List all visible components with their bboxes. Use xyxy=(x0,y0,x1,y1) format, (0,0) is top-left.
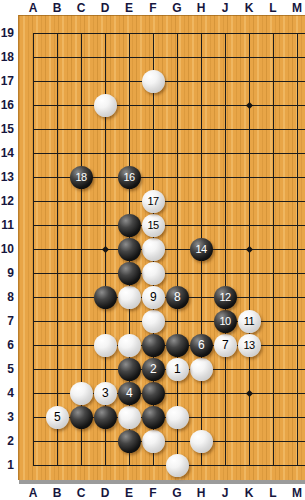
stone-black-C3[interactable] xyxy=(70,406,93,429)
row-label-14: 14 xyxy=(0,146,14,160)
stone-white-F8[interactable]: 9 xyxy=(142,286,165,309)
row-label-1: 1 xyxy=(0,458,14,472)
col-label-bottom-D: D xyxy=(93,486,117,500)
stone-black-F3[interactable] xyxy=(142,406,165,429)
stone-white-F2[interactable] xyxy=(142,430,165,453)
move-number: 6 xyxy=(198,339,204,351)
stone-black-J8[interactable]: 12 xyxy=(214,286,237,309)
stone-white-G3[interactable] xyxy=(166,406,189,429)
move-number: 10 xyxy=(219,316,230,327)
row-label-16: 16 xyxy=(0,98,14,112)
move-number: 3 xyxy=(102,387,108,399)
row-label-13: 13 xyxy=(0,170,14,184)
col-label-bottom-M: M xyxy=(285,486,305,500)
col-label-top-J: J xyxy=(213,1,237,15)
move-number: 16 xyxy=(123,172,134,183)
stone-white-C4[interactable] xyxy=(70,382,93,405)
stone-white-E3[interactable] xyxy=(118,406,141,429)
col-label-bottom-J: J xyxy=(213,486,237,500)
col-label-top-K: K xyxy=(237,1,261,15)
col-label-top-A: A xyxy=(21,1,45,15)
stone-black-F4[interactable] xyxy=(142,382,165,405)
move-number: 13 xyxy=(243,340,254,351)
stone-white-D6[interactable] xyxy=(94,334,117,357)
move-number: 17 xyxy=(147,196,158,207)
stone-white-F12[interactable]: 17 xyxy=(142,190,165,213)
stone-white-H2[interactable] xyxy=(190,430,213,453)
go-diagram-panel: ABCDEFGHJKLM 191817161514131211109876543… xyxy=(0,0,305,500)
move-number: 1 xyxy=(174,363,180,375)
stone-white-D4[interactable]: 3 xyxy=(94,382,117,405)
stone-white-F10[interactable] xyxy=(142,238,165,261)
stone-white-H5[interactable] xyxy=(190,358,213,381)
row-label-11: 11 xyxy=(0,218,14,232)
row-label-6: 6 xyxy=(0,338,14,352)
move-number: 11 xyxy=(244,316,254,327)
move-number: 7 xyxy=(222,339,228,351)
row-label-9: 9 xyxy=(0,266,14,280)
row-label-4: 4 xyxy=(0,386,14,400)
col-label-top-E: E xyxy=(117,1,141,15)
stone-white-F17[interactable] xyxy=(142,70,165,93)
stone-black-C13[interactable]: 18 xyxy=(70,166,93,189)
stone-black-G8[interactable]: 8 xyxy=(166,286,189,309)
move-number: 18 xyxy=(75,172,86,183)
stone-black-E10[interactable] xyxy=(118,238,141,261)
move-number: 9 xyxy=(150,291,156,303)
stone-black-E2[interactable] xyxy=(118,430,141,453)
stone-black-E5[interactable] xyxy=(118,358,141,381)
row-label-3: 3 xyxy=(0,410,14,424)
stone-black-H6[interactable]: 6 xyxy=(190,334,213,357)
stone-black-E13[interactable]: 16 xyxy=(118,166,141,189)
move-number: 2 xyxy=(150,363,156,375)
col-label-bottom-E: E xyxy=(117,486,141,500)
stone-black-J7[interactable]: 10 xyxy=(214,310,237,333)
col-label-bottom-B: B xyxy=(45,486,69,500)
stone-white-F7[interactable] xyxy=(142,310,165,333)
stone-white-E6[interactable] xyxy=(118,334,141,357)
col-label-bottom-A: A xyxy=(21,486,45,500)
row-label-8: 8 xyxy=(0,290,14,304)
col-label-top-C: C xyxy=(69,1,93,15)
stone-black-F6[interactable] xyxy=(142,334,165,357)
stone-black-G6[interactable] xyxy=(166,334,189,357)
stone-white-K6[interactable]: 13 xyxy=(238,334,261,357)
move-number: 14 xyxy=(195,244,206,255)
move-number: 15 xyxy=(147,220,158,231)
move-number: 8 xyxy=(174,291,180,303)
col-label-bottom-K: K xyxy=(237,486,261,500)
row-label-19: 19 xyxy=(0,26,14,40)
col-label-bottom-G: G xyxy=(165,486,189,500)
stone-black-D8[interactable] xyxy=(94,286,117,309)
col-label-bottom-H: H xyxy=(189,486,213,500)
row-label-5: 5 xyxy=(0,362,14,376)
stone-white-F11[interactable]: 15 xyxy=(142,214,165,237)
board-drop-shadow xyxy=(19,480,305,484)
stone-black-E11[interactable] xyxy=(118,214,141,237)
stone-white-G5[interactable]: 1 xyxy=(166,358,189,381)
row-label-12: 12 xyxy=(0,194,14,208)
stone-white-B3[interactable]: 5 xyxy=(46,406,69,429)
stone-white-G1[interactable] xyxy=(166,454,189,477)
move-number: 12 xyxy=(219,292,230,303)
stone-black-E9[interactable] xyxy=(118,262,141,285)
stone-black-D3[interactable] xyxy=(94,406,117,429)
col-label-top-L: L xyxy=(261,1,285,15)
col-label-top-F: F xyxy=(141,1,165,15)
col-label-top-G: G xyxy=(165,1,189,15)
col-label-top-B: B xyxy=(45,1,69,15)
col-label-top-M: M xyxy=(285,1,305,15)
row-label-2: 2 xyxy=(0,434,14,448)
col-label-bottom-C: C xyxy=(69,486,93,500)
row-label-18: 18 xyxy=(0,50,14,64)
row-label-15: 15 xyxy=(0,122,14,136)
row-label-10: 10 xyxy=(0,242,14,256)
col-label-top-H: H xyxy=(189,1,213,15)
col-label-top-D: D xyxy=(93,1,117,15)
row-label-17: 17 xyxy=(0,74,14,88)
move-number: 4 xyxy=(126,387,132,399)
stone-white-K7[interactable]: 11 xyxy=(238,310,261,333)
stone-white-J6[interactable]: 7 xyxy=(214,334,237,357)
stone-white-E8[interactable] xyxy=(118,286,141,309)
col-label-bottom-L: L xyxy=(261,486,285,500)
move-number: 5 xyxy=(54,411,60,423)
col-label-bottom-F: F xyxy=(141,486,165,500)
stone-white-F9[interactable] xyxy=(142,262,165,285)
stone-white-D16[interactable] xyxy=(94,94,117,117)
stones-grid: 123456789101112131415161718 xyxy=(21,21,305,477)
stone-black-H10[interactable]: 14 xyxy=(190,238,213,261)
stone-black-F5[interactable]: 2 xyxy=(142,358,165,381)
stone-black-E4[interactable]: 4 xyxy=(118,382,141,405)
row-label-7: 7 xyxy=(0,314,14,328)
